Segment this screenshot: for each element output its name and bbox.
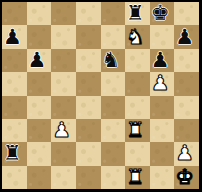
square-c8[interactable] [51,2,76,25]
square-g5[interactable]: ♟ [150,72,175,95]
square-f5[interactable] [125,72,150,95]
square-h6[interactable] [174,49,199,72]
piece-white-rook[interactable]: ♜ [126,120,145,141]
square-d5[interactable] [76,72,101,95]
square-f4[interactable] [125,96,150,119]
square-e8[interactable] [101,2,126,25]
piece-white-pawn[interactable]: ♟ [52,120,71,141]
piece-black-pawn[interactable]: ♟ [28,50,47,71]
square-a3[interactable] [2,119,27,142]
square-b1[interactable] [27,166,52,189]
square-c7[interactable] [51,25,76,48]
square-g3[interactable] [150,119,175,142]
square-e7[interactable] [101,25,126,48]
square-c4[interactable] [51,96,76,119]
square-c2[interactable] [51,142,76,165]
square-e4[interactable] [101,96,126,119]
square-d8[interactable] [76,2,101,25]
square-b5[interactable] [27,72,52,95]
square-d7[interactable] [76,25,101,48]
piece-black-king[interactable]: ♚ [151,3,170,24]
square-d6[interactable] [76,49,101,72]
square-a2[interactable]: ♜ [2,142,27,165]
square-f3[interactable]: ♜ [125,119,150,142]
square-a8[interactable] [2,2,27,25]
piece-white-pawn[interactable]: ♟ [175,143,194,164]
square-d3[interactable] [76,119,101,142]
square-h2[interactable]: ♟ [174,142,199,165]
square-c1[interactable] [51,166,76,189]
square-g4[interactable] [150,96,175,119]
square-f1[interactable]: ♜ [125,166,150,189]
piece-black-rook[interactable]: ♜ [126,3,145,24]
square-c3[interactable]: ♟ [51,119,76,142]
square-e2[interactable] [101,142,126,165]
square-d1[interactable] [76,166,101,189]
piece-white-knight[interactable]: ♞ [126,27,145,48]
square-f2[interactable] [125,142,150,165]
chess-board: ♜♚♟♞♟♟♞♟♟♟♜♜♟♜♚ [2,2,199,189]
square-h4[interactable] [174,96,199,119]
square-b3[interactable] [27,119,52,142]
square-h8[interactable] [174,2,199,25]
square-a4[interactable] [2,96,27,119]
square-b4[interactable] [27,96,52,119]
square-h7[interactable]: ♟ [174,25,199,48]
square-e6[interactable]: ♞ [101,49,126,72]
square-f8[interactable]: ♜ [125,2,150,25]
square-d4[interactable] [76,96,101,119]
square-g1[interactable] [150,166,175,189]
square-b6[interactable]: ♟ [27,49,52,72]
piece-white-pawn[interactable]: ♟ [151,73,170,94]
piece-black-pawn[interactable]: ♟ [3,27,22,48]
chess-board-frame: ♜♚♟♞♟♟♞♟♟♟♜♜♟♜♚ [0,0,202,192]
square-h5[interactable] [174,72,199,95]
piece-black-knight[interactable]: ♞ [101,50,120,71]
square-c5[interactable] [51,72,76,95]
square-a7[interactable]: ♟ [2,25,27,48]
square-h1[interactable]: ♚ [174,166,199,189]
square-f7[interactable]: ♞ [125,25,150,48]
square-b7[interactable] [27,25,52,48]
square-c6[interactable] [51,49,76,72]
square-h3[interactable] [174,119,199,142]
piece-white-rook[interactable]: ♜ [126,167,145,188]
square-e1[interactable] [101,166,126,189]
square-b2[interactable] [27,142,52,165]
square-g8[interactable]: ♚ [150,2,175,25]
piece-black-pawn[interactable]: ♟ [175,27,194,48]
square-f6[interactable] [125,49,150,72]
square-g7[interactable] [150,25,175,48]
square-e3[interactable] [101,119,126,142]
square-a6[interactable] [2,49,27,72]
square-d2[interactable] [76,142,101,165]
square-g6[interactable]: ♟ [150,49,175,72]
square-e5[interactable] [101,72,126,95]
square-b8[interactable] [27,2,52,25]
square-a5[interactable] [2,72,27,95]
square-g2[interactable] [150,142,175,165]
square-a1[interactable] [2,166,27,189]
piece-black-rook[interactable]: ♜ [3,143,22,164]
piece-black-pawn[interactable]: ♟ [151,50,170,71]
piece-white-king[interactable]: ♚ [175,167,194,188]
